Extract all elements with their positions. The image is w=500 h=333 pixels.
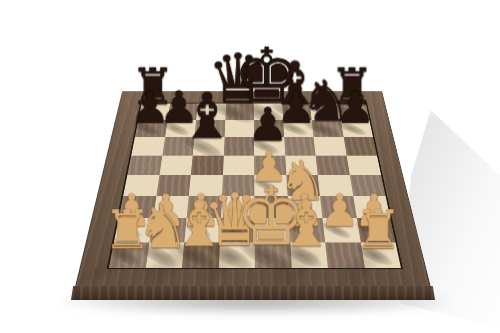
square-h4[interactable]	[349, 175, 385, 196]
square-c6[interactable]	[193, 137, 225, 155]
chess-board: ♜♛♚♝♜♟♟♟♞♟♝♟♟♞♟♟♟♟♟♟♟♜♞♝♛♚♝♜	[75, 91, 431, 287]
square-c2[interactable]	[184, 218, 220, 242]
square-g8[interactable]	[310, 103, 341, 119]
square-e1[interactable]	[255, 242, 292, 268]
square-e3[interactable]	[254, 196, 288, 218]
square-h6[interactable]	[343, 137, 377, 155]
square-g2[interactable]	[322, 218, 360, 242]
square-d3[interactable]	[221, 196, 255, 218]
square-d5[interactable]	[223, 155, 255, 175]
square-f8[interactable]	[282, 103, 312, 119]
square-h2[interactable]	[356, 218, 395, 242]
square-c5[interactable]	[191, 155, 224, 175]
square-a1[interactable]	[109, 242, 149, 268]
square-a6[interactable]	[131, 137, 164, 155]
square-a5[interactable]	[127, 155, 162, 175]
square-h5[interactable]	[346, 155, 381, 175]
square-d1[interactable]	[218, 242, 255, 268]
square-c4[interactable]	[189, 175, 223, 196]
square-g3[interactable]	[320, 196, 356, 218]
board-front-edge	[71, 286, 435, 300]
square-a4[interactable]	[123, 175, 159, 196]
square-c3[interactable]	[187, 196, 222, 218]
square-e4[interactable]	[254, 175, 287, 196]
square-b6[interactable]	[162, 137, 194, 155]
square-b8[interactable]	[167, 103, 197, 119]
square-b2[interactable]	[149, 218, 186, 242]
square-b5[interactable]	[159, 155, 193, 175]
square-a8[interactable]	[138, 103, 169, 119]
square-b7[interactable]	[165, 120, 196, 137]
square-b4[interactable]	[156, 175, 191, 196]
square-f3[interactable]	[287, 196, 322, 218]
square-d2[interactable]	[220, 218, 255, 242]
square-d6[interactable]	[223, 137, 254, 155]
chessboard-photo: ♜♛♚♝♜♟♟♟♞♟♝♟♟♞♟♟♟♟♟♟♟♜♞♝♛♚♝♜	[0, 0, 500, 333]
square-d8[interactable]	[225, 103, 254, 119]
square-f4[interactable]	[286, 175, 320, 196]
square-f2[interactable]	[288, 218, 325, 242]
square-a2[interactable]	[114, 218, 153, 242]
square-f6[interactable]	[284, 137, 316, 155]
square-e2[interactable]	[255, 218, 290, 242]
square-h7[interactable]	[340, 120, 373, 137]
square-c8[interactable]	[196, 103, 226, 119]
square-g7[interactable]	[312, 120, 344, 137]
perspective-stage: ♜♛♚♝♜♟♟♟♞♟♝♟♟♞♟♟♟♟♟♟♟♜♞♝♛♚♝♜	[0, 0, 500, 333]
square-e8[interactable]	[254, 103, 283, 119]
square-f5[interactable]	[285, 155, 318, 175]
square-e7[interactable]	[254, 120, 284, 137]
square-g4[interactable]	[318, 175, 353, 196]
square-b1[interactable]	[145, 242, 184, 268]
square-f1[interactable]	[290, 242, 328, 268]
square-e5[interactable]	[254, 155, 286, 175]
square-c7[interactable]	[194, 120, 225, 137]
square-g6[interactable]	[313, 137, 346, 155]
square-a7[interactable]	[135, 120, 167, 137]
square-d4[interactable]	[222, 175, 255, 196]
square-h1[interactable]	[360, 242, 401, 268]
square-f7[interactable]	[283, 120, 314, 137]
square-d7[interactable]	[224, 120, 254, 137]
square-h8[interactable]	[338, 103, 369, 119]
square-c1[interactable]	[182, 242, 220, 268]
square-g5[interactable]	[316, 155, 350, 175]
square-e6[interactable]	[254, 137, 285, 155]
square-h3[interactable]	[353, 196, 391, 218]
square-g1[interactable]	[325, 242, 364, 268]
square-a3[interactable]	[119, 196, 156, 218]
board-grid	[107, 103, 404, 270]
square-b3[interactable]	[153, 196, 189, 218]
